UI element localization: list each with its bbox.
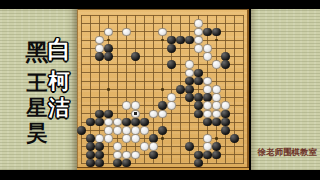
- black-stone: [95, 110, 104, 119]
- black-stone: [212, 142, 221, 151]
- black-stone: [185, 93, 194, 102]
- black-stone: [221, 126, 230, 135]
- black-stone: [185, 36, 194, 45]
- black-stone: [194, 110, 203, 119]
- white-stone: [131, 134, 140, 143]
- black-stone: [167, 44, 176, 53]
- white-stone: [122, 134, 131, 143]
- white-stone: [212, 101, 221, 110]
- black-stone: [185, 142, 194, 151]
- black-stone: [221, 60, 230, 69]
- black-stone: [86, 118, 95, 127]
- black-stone: [203, 151, 212, 160]
- black-stone: [95, 118, 104, 127]
- black-stone: [158, 126, 167, 135]
- black-stone: [176, 36, 185, 45]
- board-top-edge: [77, 9, 249, 10]
- white-stone: [113, 151, 122, 160]
- black-stone: [131, 52, 140, 61]
- black-stone: [95, 142, 104, 151]
- white-stone: [104, 134, 113, 143]
- black-player-column: 黑 王星昊: [25, 39, 49, 146]
- black-stone: [203, 28, 212, 37]
- white-stone: [149, 110, 158, 119]
- black-stone: [212, 151, 221, 160]
- white-stone: [122, 28, 131, 37]
- white-stone: [131, 151, 140, 160]
- white-stone: [194, 19, 203, 28]
- letterbox-bottom: [0, 170, 320, 180]
- black-stone: [194, 151, 203, 160]
- black-stone: [194, 77, 203, 86]
- white-stone: [158, 110, 167, 119]
- white-player-name: 柯洁: [47, 68, 71, 122]
- black-label: 黑: [25, 39, 49, 65]
- channel-watermark: 徐老师围棋教室: [251, 148, 317, 157]
- white-stone: [140, 142, 149, 151]
- black-stone: [104, 52, 113, 61]
- black-stone: [86, 142, 95, 151]
- black-stone: [86, 151, 95, 160]
- white-stone: [167, 101, 176, 110]
- white-stone: [203, 52, 212, 61]
- white-stone: [212, 110, 221, 119]
- white-label: 白: [47, 36, 71, 62]
- white-stone: [131, 101, 140, 110]
- white-stone: [122, 151, 131, 160]
- white-stone: [203, 110, 212, 119]
- grid-line-vertical: [117, 15, 118, 164]
- white-stone: [203, 142, 212, 151]
- star-point: [107, 88, 110, 91]
- white-stone: [113, 142, 122, 151]
- white-stone: [185, 69, 194, 78]
- black-stone: [194, 69, 203, 78]
- board-right-edge: [247, 9, 249, 170]
- white-stone: [203, 101, 212, 110]
- black-player-name: 王星昊: [25, 71, 49, 146]
- black-stone: [221, 110, 230, 119]
- white-stone: [221, 101, 230, 110]
- white-stone: [149, 142, 158, 151]
- white-player-column: 白 柯洁: [47, 36, 71, 122]
- black-stone: [77, 126, 86, 135]
- black-stone: [212, 28, 221, 37]
- white-stone: [194, 44, 203, 53]
- white-stone: [212, 60, 221, 69]
- black-stone: [95, 151, 104, 160]
- white-stone: [113, 126, 122, 135]
- black-stone: [230, 134, 239, 143]
- black-stone: [86, 159, 95, 168]
- black-stone: [95, 159, 104, 168]
- letterbox-top: [0, 0, 320, 9]
- black-stone: [104, 110, 113, 119]
- black-stone: [167, 60, 176, 69]
- star-point: [161, 137, 164, 140]
- black-stone: [158, 101, 167, 110]
- white-stone: [194, 28, 203, 37]
- black-stone: [212, 118, 221, 127]
- last-move-marker: [134, 112, 137, 115]
- black-stone: [122, 159, 131, 168]
- black-stone: [194, 159, 203, 168]
- black-stone: [149, 151, 158, 160]
- star-point: [161, 88, 164, 91]
- grid-line-vertical: [243, 15, 244, 164]
- thumbnail-stage: 黑 王星昊 白 柯洁 徐老师围棋教室: [0, 0, 320, 180]
- grid-line-vertical: [225, 15, 226, 164]
- white-stone: [185, 60, 194, 69]
- board-left-edge: [77, 9, 78, 170]
- star-point: [215, 137, 218, 140]
- white-stone: [140, 126, 149, 135]
- grid-line-vertical: [81, 15, 82, 164]
- go-board: [77, 9, 249, 170]
- white-stone: [122, 101, 131, 110]
- white-stone: [158, 28, 167, 37]
- left-text-panel: 黑 王星昊 白 柯洁: [0, 9, 77, 170]
- white-stone: [104, 28, 113, 37]
- black-stone: [194, 101, 203, 110]
- black-stone: [176, 85, 185, 94]
- black-stone: [203, 118, 212, 127]
- right-tatami-panel: 徐老师围棋教室: [251, 9, 320, 170]
- black-stone: [95, 52, 104, 61]
- black-stone: [113, 159, 122, 168]
- grid-line-vertical: [144, 15, 145, 164]
